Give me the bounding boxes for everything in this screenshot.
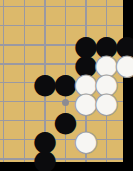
board-intersection[interactable]: ● xyxy=(96,93,117,112)
board-intersection[interactable] xyxy=(0,0,14,17)
board-intersection[interactable]: ● xyxy=(55,74,76,93)
board-intersection[interactable] xyxy=(117,0,133,17)
board-intersection[interactable] xyxy=(96,0,117,17)
board-intersection[interactable] xyxy=(0,93,14,112)
white-stone: ● xyxy=(74,130,98,149)
board-intersection[interactable] xyxy=(0,17,14,36)
board-intersection[interactable] xyxy=(14,93,35,112)
board-intersection[interactable]: ● xyxy=(35,150,56,169)
board-intersection[interactable] xyxy=(35,0,56,17)
board-intersection[interactable] xyxy=(76,150,97,169)
board-intersection[interactable]: ● xyxy=(76,93,97,112)
board-intersection[interactable] xyxy=(0,131,14,150)
board-intersection[interactable]: ● xyxy=(76,131,97,150)
board-intersection[interactable] xyxy=(55,17,76,36)
black-stone: ● xyxy=(33,149,57,168)
board-intersection[interactable] xyxy=(96,131,117,150)
board-intersection[interactable] xyxy=(0,112,14,131)
board-intersection[interactable] xyxy=(96,112,117,131)
board-intersection[interactable] xyxy=(117,150,133,169)
board-intersection[interactable] xyxy=(55,131,76,150)
board-intersection[interactable] xyxy=(0,150,14,169)
board-intersection[interactable] xyxy=(14,36,35,55)
board-intersection[interactable] xyxy=(35,93,56,112)
board-intersection[interactable] xyxy=(14,17,35,36)
board-intersection[interactable] xyxy=(117,112,133,131)
board-intersection[interactable] xyxy=(14,131,35,150)
board-intersection[interactable] xyxy=(14,0,35,17)
go-app-screenshot: ●●●●●●●●●●●●●●●● xyxy=(0,0,133,171)
board-intersection[interactable] xyxy=(14,150,35,169)
board-intersection[interactable] xyxy=(0,55,14,74)
board-intersection[interactable] xyxy=(76,0,97,17)
board-intersection[interactable] xyxy=(35,17,56,36)
board-intersection[interactable] xyxy=(96,150,117,169)
go-board-grid: ●●●●●●●●●●●●●●●● xyxy=(0,0,133,169)
white-stone: ● xyxy=(94,92,118,111)
board-intersection[interactable] xyxy=(14,55,35,74)
board-intersection[interactable] xyxy=(55,36,76,55)
board-intersection[interactable] xyxy=(14,112,35,131)
board-intersection[interactable] xyxy=(117,131,133,150)
board-intersection[interactable] xyxy=(0,74,14,93)
board-intersection[interactable] xyxy=(117,74,133,93)
board-intersection[interactable] xyxy=(55,150,76,169)
board-intersection[interactable] xyxy=(0,36,14,55)
board-intersection[interactable] xyxy=(55,0,76,17)
board-intersection[interactable]: ● xyxy=(117,55,133,74)
board-intersection[interactable] xyxy=(117,93,133,112)
board-intersection[interactable] xyxy=(35,36,56,55)
board-intersection[interactable]: ● xyxy=(55,112,76,131)
board-intersection[interactable]: ● xyxy=(35,74,56,93)
board-intersection[interactable] xyxy=(14,74,35,93)
